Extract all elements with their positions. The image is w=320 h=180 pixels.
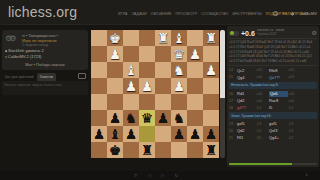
black-pawn[interactable]: ♟	[91, 126, 107, 142]
square-b6[interactable]	[187, 110, 203, 126]
square-b8[interactable]	[187, 142, 203, 158]
nav-item-обучение[interactable]: ОБУЧЕНИЕ	[151, 12, 172, 16]
white-king[interactable]: ♚	[107, 30, 123, 46]
square-f5[interactable]	[123, 94, 139, 110]
black-eval: +0.6	[288, 99, 301, 103]
white-pawn[interactable]: ♟	[139, 78, 155, 94]
white-move[interactable]: Rf1	[237, 135, 256, 140]
square-b4[interactable]	[187, 78, 203, 94]
chat-notes-tabs: Чат для зрителей Заметки	[2, 72, 88, 81]
black-player[interactable]: CalibriMV-2 (1723)	[5, 54, 85, 60]
square-h4[interactable]	[91, 78, 107, 94]
username[interactable]: CalibriMV	[300, 11, 317, 16]
black-king[interactable]: ♚	[107, 142, 123, 158]
challenges-icon[interactable]: ×	[282, 11, 287, 16]
square-e2[interactable]	[139, 46, 155, 62]
square-d5[interactable]	[155, 94, 171, 110]
square-d4[interactable]	[155, 78, 171, 94]
black-move[interactable]: gxf5	[269, 121, 288, 126]
bottom-toolbar: ≡◁▷↻ ×	[0, 171, 320, 180]
engine-line-2[interactable]: +0.5 17.Rb1 Rad8 18.b4 Qc8 19.Qd3 Ne7 20…	[229, 45, 317, 50]
square-f6[interactable]: ♞	[123, 110, 139, 126]
lichess-analysis-page: lichess.org ИГРАЗАДАЧИОБУЧЕНИЕПРОСМОТРСО…	[0, 0, 320, 180]
square-a7[interactable]: ♟	[203, 126, 219, 142]
square-g3[interactable]	[107, 62, 123, 78]
square-g1[interactable]: ♚	[107, 30, 123, 46]
board-controls: ≡◁▷↻	[92, 173, 220, 178]
square-f8[interactable]	[123, 142, 139, 158]
move-row: 20Qd2-2.0Qxf3-2.6	[229, 127, 317, 134]
square-e3[interactable]	[139, 62, 155, 78]
move-number: 14	[229, 68, 237, 72]
square-e8[interactable]: ♜	[139, 142, 155, 158]
move-number: 19	[229, 122, 237, 126]
setup-gear-icon: ⚙⚙	[5, 34, 13, 43]
square-c3[interactable]: ♞	[171, 62, 187, 78]
engine-header: +0.6 Stockfish 16 · NNUE Глубина 20/22 ⚙	[229, 28, 317, 38]
chat-bubble-icon[interactable]	[78, 73, 86, 79]
black-bishop[interactable]: ♝	[107, 126, 123, 142]
white-pawn[interactable]: ♟	[187, 46, 203, 62]
white-eval: -2.0	[256, 129, 269, 133]
square-d8[interactable]	[155, 142, 171, 158]
move-number: 21	[229, 136, 237, 140]
white-knight[interactable]: ♞	[171, 62, 187, 78]
tab-notes[interactable]: Заметки	[37, 73, 56, 81]
square-c6[interactable]: ♞	[171, 110, 187, 126]
square-f3[interactable]: ♝	[123, 62, 139, 78]
square-a2[interactable]	[203, 46, 219, 62]
move-row: 16Rd1+0.6Qe6+0.6	[229, 90, 317, 97]
square-c1[interactable]: ♝	[171, 30, 187, 46]
white-rook[interactable]: ♜	[155, 30, 171, 46]
square-f7[interactable]: ♟	[123, 126, 139, 142]
white-eval: +0.6	[256, 75, 269, 79]
square-g6[interactable]: ♟	[107, 110, 123, 126]
black-move[interactable]: Qg4+	[269, 135, 288, 140]
square-f1[interactable]	[123, 30, 139, 46]
square-c4[interactable]: ♟	[171, 78, 187, 94]
toolbar-icon-3[interactable]: ▷	[161, 173, 164, 178]
black-pawn[interactable]: ♟	[203, 126, 219, 142]
black-move[interactable]: Qe7?!	[269, 75, 288, 80]
toolbar-icon-4[interactable]: ↻	[174, 173, 178, 178]
square-e7[interactable]	[139, 126, 155, 142]
square-c7[interactable]: ♟	[171, 126, 187, 142]
white-rook[interactable]: ♜	[203, 30, 219, 46]
square-a6[interactable]	[203, 110, 219, 126]
move-number: 18	[229, 106, 237, 110]
square-h2[interactable]	[91, 46, 107, 62]
engine-info: Stockfish 16 · NNUE Глубина 20/22	[257, 29, 310, 37]
black-move[interactable]: Rfe8	[269, 68, 288, 73]
square-h8[interactable]	[91, 142, 107, 158]
square-e4[interactable]: ♟	[139, 78, 155, 94]
white-move[interactable]: g4??	[237, 105, 256, 110]
white-pawn[interactable]: ♟	[171, 78, 187, 94]
black-move[interactable]: f5	[269, 105, 288, 110]
analysis-progress	[229, 163, 317, 166]
black-knight[interactable]: ♞	[171, 110, 187, 126]
square-h3[interactable]	[91, 62, 107, 78]
square-h5[interactable]	[91, 94, 107, 110]
engine-line-5[interactable]: +0.3 17.b4 Rad8 18.b5 Ne7 19.Bb2 c6 20.a…	[229, 59, 317, 64]
move-row: 14Qc2+0.5Rfe8+0.5	[229, 67, 317, 74]
move-row: 21Rf1-3.0Qg4+-3.2	[229, 134, 317, 141]
black-pawn[interactable]: ♟	[171, 126, 187, 142]
square-g8[interactable]: ♚	[107, 142, 123, 158]
tab-chat[interactable]: Чат для зрителей	[2, 73, 37, 81]
nav-item-просмотр[interactable]: ПРОСМОТР	[176, 12, 198, 16]
game-meta-panel: ⚙⚙ ∞ • Товарищеская • Игра по переписке …	[2, 30, 88, 70]
black-eval: -1.5	[288, 106, 301, 110]
white-eval: -1.5	[256, 106, 269, 110]
square-d1[interactable]: ♜	[155, 30, 171, 46]
move-row: 19gxf5-1.8gxf5-1.9	[229, 120, 317, 127]
toolbar-more-icon[interactable]: ×	[305, 173, 308, 178]
move-number: 15	[229, 75, 237, 79]
square-b1[interactable]	[187, 30, 203, 46]
white-pawn[interactable]: ♟	[123, 78, 139, 94]
square-a5[interactable]	[203, 94, 219, 110]
square-a1[interactable]: ♜	[203, 30, 219, 46]
square-f2[interactable]	[123, 46, 139, 62]
black-eval: +0.9	[288, 75, 301, 79]
square-g7[interactable]: ♝	[107, 126, 123, 142]
square-h7[interactable]: ♟	[91, 126, 107, 142]
game-result: Мат • Победа чёрных	[5, 62, 85, 68]
toolbar-icon-2[interactable]: ◁	[148, 173, 151, 178]
nav-right: × CalibriMV	[273, 11, 317, 16]
square-c8[interactable]	[171, 142, 187, 158]
square-a8[interactable]: ♜	[203, 142, 219, 158]
black-eval: -2.6	[288, 129, 301, 133]
square-e5[interactable]	[139, 94, 155, 110]
black-rook[interactable]: ♜	[203, 142, 219, 158]
engine-toggle[interactable]	[229, 31, 239, 36]
white-pawn[interactable]: ♟	[203, 62, 219, 78]
lichess-logo[interactable]: lichess.org	[8, 4, 77, 20]
square-c2[interactable]: ♛	[171, 46, 187, 62]
white-move[interactable]: gxf5	[237, 121, 256, 126]
white-move[interactable]: Qg4	[237, 75, 256, 80]
black-pawn[interactable]: ♟	[123, 126, 139, 142]
black-eval: +0.6	[288, 92, 301, 96]
black-move[interactable]: Rac8	[269, 98, 288, 103]
square-b7[interactable]: ♟	[187, 126, 203, 142]
black-move[interactable]: Qe6	[269, 91, 288, 97]
black-pawn[interactable]: ♟	[107, 110, 123, 126]
square-g2[interactable]: ♟	[107, 46, 123, 62]
move-number: 17	[229, 99, 237, 103]
square-g4[interactable]	[107, 78, 123, 94]
analysis-panel: +0.6 Stockfish 16 · NNUE Глубина 20/22 ⚙…	[227, 26, 319, 167]
square-e1[interactable]	[139, 30, 155, 46]
move-row: 17Qd2+0.6Rac8+0.6	[229, 97, 317, 104]
square-d7[interactable]	[155, 126, 171, 142]
move-comment: Зевок. Лучшим был ход h3.	[229, 112, 317, 119]
toolbar-icon-1[interactable]: ≡	[134, 173, 138, 178]
white-bishop[interactable]: ♝	[171, 30, 187, 46]
white-bishop[interactable]: ♝	[123, 62, 139, 78]
square-h1[interactable]	[91, 30, 107, 46]
square-h6[interactable]	[91, 110, 107, 126]
move-row: 15Qg4+0.6Qe7?!+0.9	[229, 74, 317, 81]
top-nav: lichess.org ИГРАЗАДАЧИОБУЧЕНИЕПРОСМОТРСО…	[0, 0, 320, 25]
chess-board: ♚♜♝♜♟♛♟♝♞♟♟♟♟♟♞♛♟♞♟♝♟♟♟♟♚♜♜	[91, 30, 219, 158]
square-a3[interactable]: ♟	[203, 62, 219, 78]
white-move[interactable]: Qd2	[237, 98, 256, 103]
square-e6[interactable]: ♛	[139, 110, 155, 126]
eval-gauge	[220, 30, 225, 158]
white-pawn[interactable]: ♟	[107, 46, 123, 62]
white-eval: +0.6	[256, 92, 269, 96]
move-row: 18g4??-1.5f5-1.5	[229, 104, 317, 111]
search-icon[interactable]	[273, 11, 278, 16]
black-eval: -1.9	[288, 122, 301, 126]
engine-lines: +0.6 17.Qd2 Rac8 18.Rad1 Ne7 19.b4 c6 20…	[229, 38, 317, 64]
engine-eval: +0.6	[241, 29, 255, 38]
white-queen[interactable]: ♛	[171, 46, 187, 62]
square-a4[interactable]	[203, 78, 219, 94]
white-move[interactable]: Qc2	[237, 68, 256, 73]
white-eval: -1.8	[256, 122, 269, 126]
notes-textarea[interactable]: Личные заметки, видны только вам	[2, 81, 88, 95]
nav-item-сообщество[interactable]: СООБЩЕСТВО	[201, 12, 228, 16]
square-d2[interactable]	[155, 46, 171, 62]
square-b3[interactable]	[187, 62, 203, 78]
black-pawn[interactable]: ♟	[155, 110, 171, 126]
square-d6[interactable]: ♟	[155, 110, 171, 126]
white-move[interactable]: Qd2	[237, 128, 256, 133]
black-knight[interactable]: ♞	[123, 110, 139, 126]
notifications-icon[interactable]	[291, 11, 296, 16]
move-number: 20	[229, 129, 237, 133]
nav-item-игра[interactable]: ИГРА	[118, 12, 128, 16]
engine-depth: Глубина 20/22	[257, 33, 310, 37]
black-pawn[interactable]: ♟	[187, 126, 203, 142]
move-number: 16	[229, 92, 237, 96]
black-move[interactable]: Qxf3	[269, 128, 288, 133]
white-eval: +0.5	[256, 68, 269, 72]
square-c5[interactable]	[171, 94, 187, 110]
gear-icon[interactable]: ⚙	[312, 29, 317, 37]
black-eval: -3.2	[288, 136, 301, 140]
black-queen[interactable]: ♛	[139, 110, 155, 126]
move-list: 14Qc2+0.5Rfe8+0.515Qg4+0.6Qe7?!+0.9Неточ…	[229, 65, 317, 141]
black-rook[interactable]: ♜	[139, 142, 155, 158]
square-d3[interactable]	[155, 62, 171, 78]
square-f4[interactable]: ♟	[123, 78, 139, 94]
square-b2[interactable]: ♟	[187, 46, 203, 62]
nav-item-инструменты[interactable]: ИНСТРУМЕНТЫ	[233, 12, 262, 16]
white-eval: -3.0	[256, 136, 269, 140]
black-eval: +0.5	[288, 68, 301, 72]
nav-item-задачи[interactable]: ЗАДАЧИ	[132, 12, 147, 16]
white-move[interactable]: Rd1	[237, 91, 256, 96]
square-b5[interactable]	[187, 94, 203, 110]
white-eval: +0.6	[256, 99, 269, 103]
square-g5[interactable]	[107, 94, 123, 110]
move-comment: Неточность. Лучшим был ход f5.	[229, 82, 317, 89]
